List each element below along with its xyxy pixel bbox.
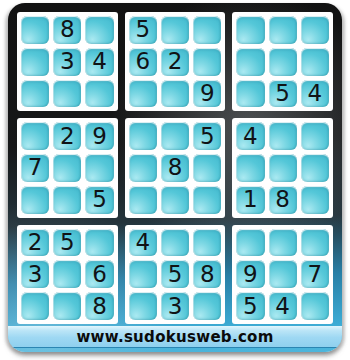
cell-r2c9[interactable] [301, 48, 329, 76]
cell-r3c5[interactable] [161, 80, 189, 108]
cell-r3c9[interactable]: 4 [301, 80, 329, 108]
box-5: 58 [125, 118, 226, 217]
cell-r4c7[interactable]: 4 [236, 122, 264, 150]
cell-r5c4[interactable] [129, 154, 157, 182]
cell-r4c8[interactable] [269, 122, 297, 150]
cell-r1c4[interactable]: 5 [129, 16, 157, 44]
cell-r9c8[interactable]: 4 [269, 292, 297, 320]
cell-r6c9[interactable] [301, 186, 329, 214]
cell-r7c4[interactable]: 4 [129, 229, 157, 257]
cell-r3c3[interactable] [85, 80, 113, 108]
box-8: 4583 [125, 225, 226, 324]
cell-r7c7[interactable] [236, 229, 264, 257]
footer-band: www.sudokusweb.com [8, 326, 342, 348]
cell-r8c1[interactable]: 3 [21, 260, 49, 288]
sudoku-grid: 8345629542975584182536845839754 [17, 12, 333, 324]
cell-r7c2[interactable]: 5 [53, 229, 81, 257]
cell-r9c9[interactable] [301, 292, 329, 320]
cell-r6c4[interactable] [129, 186, 157, 214]
cell-r7c9[interactable] [301, 229, 329, 257]
cell-r2c6[interactable] [193, 48, 221, 76]
cell-r5c5[interactable]: 8 [161, 154, 189, 182]
cell-r5c9[interactable] [301, 154, 329, 182]
cell-r1c9[interactable] [301, 16, 329, 44]
box-3: 54 [232, 12, 333, 111]
cell-r1c5[interactable] [161, 16, 189, 44]
cell-r5c1[interactable]: 7 [21, 154, 49, 182]
box-1: 834 [17, 12, 118, 111]
cell-r2c2[interactable]: 3 [53, 48, 81, 76]
cell-r6c3[interactable]: 5 [85, 186, 113, 214]
cell-r2c5[interactable]: 2 [161, 48, 189, 76]
sudoku-board-frame: 8345629542975584182536845839754 www.sudo… [8, 3, 342, 352]
cell-r6c8[interactable]: 8 [269, 186, 297, 214]
cell-r9c5[interactable]: 3 [161, 292, 189, 320]
cell-r4c5[interactable] [161, 122, 189, 150]
cell-r1c8[interactable] [269, 16, 297, 44]
cell-r8c4[interactable] [129, 260, 157, 288]
cell-r3c2[interactable] [53, 80, 81, 108]
cell-r5c8[interactable] [269, 154, 297, 182]
cell-r2c1[interactable] [21, 48, 49, 76]
cell-r3c8[interactable]: 5 [269, 80, 297, 108]
cell-r5c2[interactable] [53, 154, 81, 182]
cell-r7c6[interactable] [193, 229, 221, 257]
cell-r1c1[interactable] [21, 16, 49, 44]
cell-r4c1[interactable] [21, 122, 49, 150]
cell-r3c6[interactable]: 9 [193, 80, 221, 108]
cell-r2c8[interactable] [269, 48, 297, 76]
box-7: 25368 [17, 225, 118, 324]
site-url-label: www.sudokusweb.com [76, 328, 273, 346]
cell-r6c7[interactable]: 1 [236, 186, 264, 214]
box-6: 418 [232, 118, 333, 217]
cell-r9c2[interactable] [53, 292, 81, 320]
cell-r7c8[interactable] [269, 229, 297, 257]
cell-r2c7[interactable] [236, 48, 264, 76]
cell-r4c3[interactable]: 9 [85, 122, 113, 150]
cell-r4c9[interactable] [301, 122, 329, 150]
cell-r1c2[interactable]: 8 [53, 16, 81, 44]
cell-r6c6[interactable] [193, 186, 221, 214]
cell-r8c2[interactable] [53, 260, 81, 288]
cell-r3c7[interactable] [236, 80, 264, 108]
cell-r8c8[interactable] [269, 260, 297, 288]
box-4: 2975 [17, 118, 118, 217]
cell-r9c1[interactable] [21, 292, 49, 320]
page: 8345629542975584182536845839754 www.sudo… [0, 0, 350, 360]
cell-r4c2[interactable]: 2 [53, 122, 81, 150]
cell-r4c6[interactable]: 5 [193, 122, 221, 150]
cell-r4c4[interactable] [129, 122, 157, 150]
cell-r1c3[interactable] [85, 16, 113, 44]
cell-r3c1[interactable] [21, 80, 49, 108]
cell-r6c1[interactable] [21, 186, 49, 214]
cell-r8c5[interactable]: 5 [161, 260, 189, 288]
cell-r3c4[interactable] [129, 80, 157, 108]
box-2: 5629 [125, 12, 226, 111]
cell-r6c2[interactable] [53, 186, 81, 214]
cell-r7c1[interactable]: 2 [21, 229, 49, 257]
cell-r9c3[interactable]: 8 [85, 292, 113, 320]
cell-r8c9[interactable]: 7 [301, 260, 329, 288]
cell-r5c7[interactable] [236, 154, 264, 182]
cell-r8c7[interactable]: 9 [236, 260, 264, 288]
cell-r2c4[interactable]: 6 [129, 48, 157, 76]
cell-r6c5[interactable] [161, 186, 189, 214]
cell-r9c7[interactable]: 5 [236, 292, 264, 320]
cell-r8c3[interactable]: 6 [85, 260, 113, 288]
cell-r8c6[interactable]: 8 [193, 260, 221, 288]
box-9: 9754 [232, 225, 333, 324]
cell-r1c6[interactable] [193, 16, 221, 44]
cell-r5c6[interactable] [193, 154, 221, 182]
cell-r1c7[interactable] [236, 16, 264, 44]
cell-r7c3[interactable] [85, 229, 113, 257]
cell-r9c4[interactable] [129, 292, 157, 320]
cell-r2c3[interactable]: 4 [85, 48, 113, 76]
cell-r5c3[interactable] [85, 154, 113, 182]
cell-r9c6[interactable] [193, 292, 221, 320]
cell-r7c5[interactable] [161, 229, 189, 257]
